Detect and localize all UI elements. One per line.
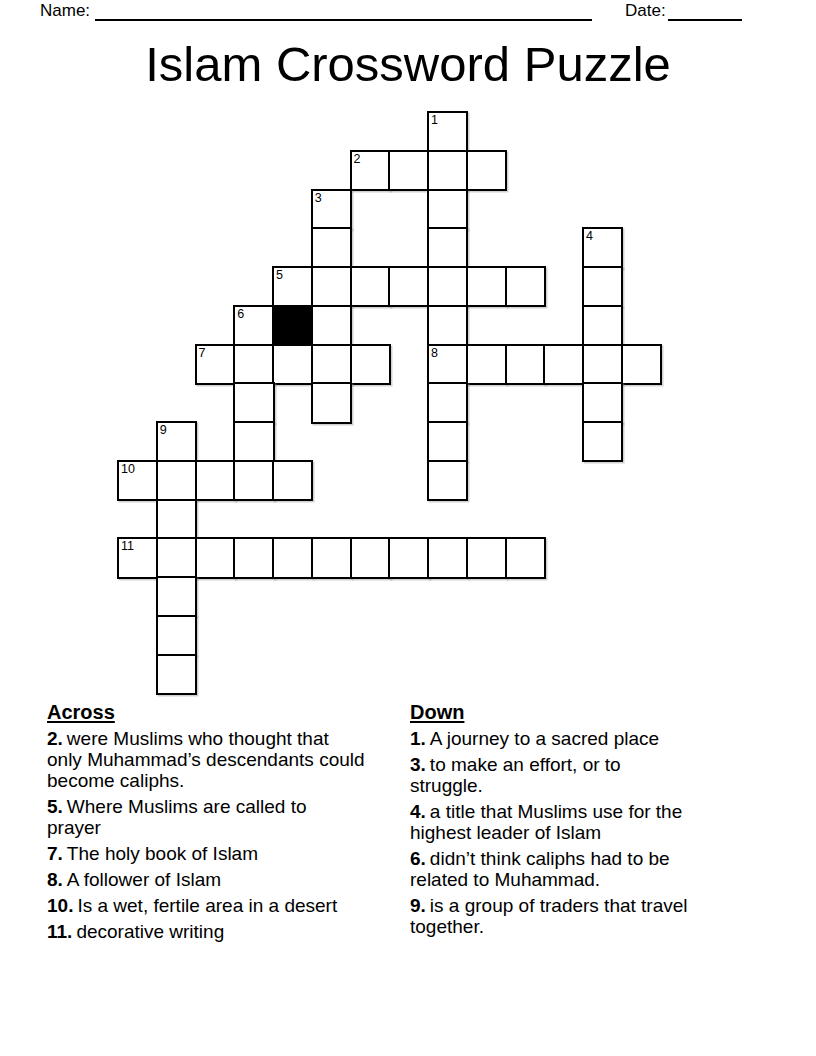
grid-cell[interactable]: 9 <box>156 421 197 462</box>
black-cell <box>272 305 313 346</box>
grid-cell[interactable] <box>195 460 236 501</box>
across-heading: Across <box>47 701 409 723</box>
clue-text: A journey to a sacred place <box>430 728 659 749</box>
grid-cell[interactable]: 5 <box>272 266 313 307</box>
grid-cell[interactable] <box>466 344 507 385</box>
grid-cell[interactable] <box>195 537 236 578</box>
grid-cell[interactable] <box>233 344 274 385</box>
clue-item: 7.The holy book of Islam <box>47 843 409 864</box>
grid-cell[interactable] <box>582 382 623 423</box>
grid-cell[interactable] <box>505 344 546 385</box>
clue-number: 6. <box>410 848 430 869</box>
grid-cell[interactable] <box>156 615 197 656</box>
grid-cell[interactable] <box>272 460 313 501</box>
down-heading: Down <box>410 701 790 723</box>
grid-cell[interactable]: 10 <box>117 460 158 501</box>
clue-item: 6.didn’t think caliphs had to be related… <box>410 848 790 890</box>
grid-cell[interactable] <box>272 537 313 578</box>
cell-number: 2 <box>354 152 361 166</box>
cell-number: 9 <box>160 423 167 437</box>
grid-cell[interactable]: 6 <box>233 305 274 346</box>
clue-number: 4. <box>410 801 430 822</box>
clue-item: 9.is a group of traders that travel toge… <box>410 895 790 937</box>
clue-item: 4.a title that Muslims use for the highe… <box>410 801 790 843</box>
grid-cell[interactable] <box>156 460 197 501</box>
grid-cell[interactable] <box>427 421 468 462</box>
grid-cell[interactable]: 8 <box>427 344 468 385</box>
grid-cell[interactable] <box>427 150 468 191</box>
grid-cell[interactable]: 2 <box>350 150 391 191</box>
grid-cell[interactable] <box>427 537 468 578</box>
grid-cell[interactable] <box>233 460 274 501</box>
grid-cell[interactable] <box>427 305 468 346</box>
clue-number: 2. <box>47 728 67 749</box>
grid-cell[interactable] <box>582 266 623 307</box>
grid-cell[interactable] <box>156 499 197 540</box>
clue-text: were Muslims who thought that only Muham… <box>47 728 365 791</box>
cell-number: 8 <box>431 346 438 360</box>
clue-number: 11. <box>47 921 76 942</box>
clue-item: 2.were Muslims who thought that only Muh… <box>47 728 409 791</box>
puzzle-title: Islam Crossword Puzzle <box>0 36 816 92</box>
worksheet-page: Name: Date: Islam Crossword Puzzle 12345… <box>0 0 816 1056</box>
grid-cell[interactable] <box>466 150 507 191</box>
grid-cell[interactable] <box>350 344 391 385</box>
clue-number: 7. <box>47 843 67 864</box>
grid-cell[interactable]: 3 <box>311 189 352 230</box>
clue-item: 8.A follower of Islam <box>47 869 409 890</box>
grid-cell[interactable] <box>350 537 391 578</box>
cell-number: 5 <box>276 268 283 282</box>
clue-text: to make an effort, or to struggle. <box>410 754 621 796</box>
grid-cell[interactable] <box>543 344 584 385</box>
cell-number: 10 <box>121 462 135 476</box>
name-fill-line <box>95 3 592 21</box>
clue-text: A follower of Islam <box>67 869 221 890</box>
grid-cell[interactable] <box>388 266 429 307</box>
down-clues-section: Down 1.A journey to a sacred place3.to m… <box>410 701 790 942</box>
clue-number: 5. <box>47 796 67 817</box>
cell-number: 7 <box>199 346 206 360</box>
grid-cell[interactable] <box>350 266 391 307</box>
clue-item: 5.Where Muslims are called to prayer <box>47 796 409 838</box>
grid-cell[interactable] <box>427 227 468 268</box>
grid-cell[interactable] <box>505 537 546 578</box>
clue-item: 3.to make an effort, or to struggle. <box>410 754 790 796</box>
grid-cell[interactable] <box>388 150 429 191</box>
grid-cell[interactable] <box>311 344 352 385</box>
grid-cell[interactable] <box>233 382 274 423</box>
cell-number: 1 <box>431 113 438 127</box>
grid-cell[interactable] <box>233 421 274 462</box>
crossword-grid: 1234567891011 <box>117 111 662 695</box>
clue-text: is a group of traders that travel togeth… <box>410 895 688 937</box>
grid-cell[interactable] <box>582 421 623 462</box>
grid-cell[interactable] <box>311 382 352 423</box>
cell-number: 11 <box>121 539 134 553</box>
grid-cell[interactable] <box>582 305 623 346</box>
grid-cell[interactable] <box>466 537 507 578</box>
grid-cell[interactable] <box>156 654 197 695</box>
grid-cell[interactable]: 11 <box>117 537 158 578</box>
clue-text: Where Muslims are called to prayer <box>47 796 307 838</box>
grid-cell[interactable] <box>427 189 468 230</box>
grid-cell[interactable] <box>311 266 352 307</box>
grid-cell[interactable] <box>311 537 352 578</box>
clue-text: didn’t think caliphs had to be related t… <box>410 848 670 890</box>
clue-text: The holy book of Islam <box>67 843 258 864</box>
clue-number: 10. <box>47 895 77 916</box>
grid-cell[interactable] <box>272 344 313 385</box>
grid-cell[interactable] <box>621 344 662 385</box>
clue-item: 11.decorative writing <box>47 921 409 942</box>
grid-cell[interactable] <box>505 266 546 307</box>
grid-cell[interactable] <box>311 305 352 346</box>
grid-cell[interactable] <box>388 537 429 578</box>
grid-cell[interactable]: 4 <box>582 227 623 268</box>
down-clue-list: 1.A journey to a sacred place3.to make a… <box>410 728 790 937</box>
grid-cell[interactable] <box>311 227 352 268</box>
grid-cell[interactable] <box>466 266 507 307</box>
grid-cell[interactable] <box>156 576 197 617</box>
cell-number: 3 <box>315 191 322 205</box>
clue-number: 9. <box>410 895 430 916</box>
clue-number: 8. <box>47 869 67 890</box>
across-clue-list: 2.were Muslims who thought that only Muh… <box>47 728 409 942</box>
clue-item: 10.Is a wet, fertile area in a desert <box>47 895 409 916</box>
clue-item: 1.A journey to a sacred place <box>410 728 790 749</box>
clue-text: a title that Muslims use for the highest… <box>410 801 682 843</box>
date-label: Date: <box>625 1 666 20</box>
grid-cell[interactable]: 1 <box>427 111 468 152</box>
name-label: Name: <box>40 1 90 20</box>
grid-cell[interactable] <box>427 382 468 423</box>
grid-cell[interactable] <box>427 460 468 501</box>
date-fill-line <box>668 3 742 21</box>
cell-number: 6 <box>237 307 244 321</box>
grid-cell[interactable]: 7 <box>195 344 236 385</box>
grid-cell[interactable] <box>582 344 623 385</box>
cell-number: 4 <box>586 229 593 243</box>
clue-text: Is a wet, fertile area in a desert <box>77 895 337 916</box>
clue-number: 3. <box>410 754 430 775</box>
grid-cell[interactable] <box>156 537 197 578</box>
clue-text: decorative writing <box>76 921 224 942</box>
clue-number: 1. <box>410 728 430 749</box>
grid-cell[interactable] <box>233 537 274 578</box>
across-clues-section: Across 2.were Muslims who thought that o… <box>47 701 409 947</box>
grid-cell[interactable] <box>427 266 468 307</box>
